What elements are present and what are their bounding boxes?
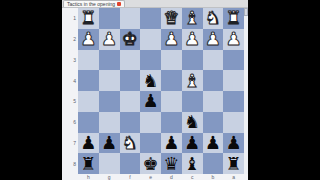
black-pawn: ♟ [184,133,200,151]
square-b6[interactable] [203,112,224,133]
black-rook: ♜ [80,154,96,172]
square-h5[interactable] [78,91,99,112]
chess-board: ♜♛♝♞♜♟♟♚♟♟♟♟♞♝♟♞♟♟♞♟♟♟♟♜♚♛♝♜ [78,8,244,174]
square-d4[interactable] [161,70,182,91]
square-c4[interactable]: ♝ [182,70,203,91]
black-pawn: ♟ [205,133,221,151]
file-label-c: c [182,174,203,180]
rank-label-4: 4 [62,70,78,91]
square-e6[interactable] [140,112,161,133]
black-knight: ♞ [184,113,200,131]
square-a1[interactable]: ♜ [223,8,244,29]
square-h8[interactable]: ♜ [78,153,99,174]
square-d3[interactable] [161,50,182,71]
black-rook: ♜ [226,154,242,172]
file-labels: hgfedcba [78,174,244,180]
rank-label-6: 6 [62,112,78,133]
white-queen: ♛ [163,9,179,27]
white-bishop: ♝ [184,71,200,89]
square-g1[interactable] [99,8,120,29]
white-knight: ♞ [205,9,221,27]
app-window: Tactics in the opening 12345678 ♜♛♝♞♜♟♟♚… [62,0,248,180]
square-f6[interactable] [120,112,141,133]
file-label-h: h [78,174,99,180]
file-label-g: g [99,174,120,180]
black-queen: ♛ [163,154,179,172]
white-pawn: ♟ [163,30,179,48]
square-e8[interactable]: ♚ [140,153,161,174]
white-knight: ♞ [122,133,138,151]
square-c2[interactable]: ♟ [182,29,203,50]
white-pawn: ♟ [226,30,242,48]
square-a2[interactable]: ♟ [223,29,244,50]
square-b1[interactable]: ♞ [203,8,224,29]
scrollbar-track[interactable] [244,8,248,174]
file-label-b: b [203,174,224,180]
file-label-e: e [140,174,161,180]
square-h2[interactable]: ♟ [78,29,99,50]
square-f8[interactable] [120,153,141,174]
square-c1[interactable]: ♝ [182,8,203,29]
rank-label-3: 3 [62,50,78,71]
square-d7[interactable]: ♟ [161,133,182,154]
square-a4[interactable] [223,70,244,91]
square-b8[interactable] [203,153,224,174]
black-pawn: ♟ [80,133,96,151]
white-pawn: ♟ [184,30,200,48]
square-f2[interactable]: ♚ [120,29,141,50]
tab-bar: Tactics in the opening [62,0,248,8]
square-b2[interactable]: ♟ [203,29,224,50]
square-f5[interactable] [120,91,141,112]
square-e5[interactable]: ♟ [140,91,161,112]
square-f1[interactable] [120,8,141,29]
rank-label-2: 2 [62,29,78,50]
square-h4[interactable] [78,70,99,91]
square-b3[interactable] [203,50,224,71]
square-c6[interactable]: ♞ [182,112,203,133]
white-pawn: ♟ [101,30,117,48]
square-f3[interactable] [120,50,141,71]
white-rook: ♜ [226,9,242,27]
rank-label-5: 5 [62,91,78,112]
tab-close-icon[interactable] [117,2,121,6]
square-f4[interactable] [120,70,141,91]
square-g4[interactable] [99,70,120,91]
square-g3[interactable] [99,50,120,71]
square-d6[interactable] [161,112,182,133]
file-label-f: f [120,174,141,180]
square-g6[interactable] [99,112,120,133]
square-a8[interactable]: ♜ [223,153,244,174]
square-b5[interactable] [203,91,224,112]
square-h7[interactable]: ♟ [78,133,99,154]
black-pawn: ♟ [163,133,179,151]
square-g7[interactable]: ♟ [99,133,120,154]
black-pawn: ♟ [226,133,242,151]
white-king: ♚ [122,30,138,48]
black-knight: ♞ [143,71,159,89]
white-bishop: ♝ [184,9,200,27]
square-c3[interactable] [182,50,203,71]
file-label-d: d [161,174,182,180]
white-pawn: ♟ [80,30,96,48]
square-c8[interactable]: ♝ [182,153,203,174]
black-pawn: ♟ [143,92,159,110]
square-d2[interactable]: ♟ [161,29,182,50]
square-e3[interactable] [140,50,161,71]
square-e4[interactable]: ♞ [140,70,161,91]
square-b7[interactable]: ♟ [203,133,224,154]
square-d1[interactable]: ♛ [161,8,182,29]
square-h1[interactable]: ♜ [78,8,99,29]
square-e1[interactable] [140,8,161,29]
black-king: ♚ [143,154,159,172]
square-a5[interactable] [223,91,244,112]
square-h6[interactable] [78,112,99,133]
rank-label-7: 7 [62,133,78,154]
square-c7[interactable]: ♟ [182,133,203,154]
square-e2[interactable] [140,29,161,50]
rank-label-8: 8 [62,153,78,174]
square-a3[interactable] [223,50,244,71]
scrollbar-thumb[interactable] [244,8,248,16]
square-d5[interactable] [161,91,182,112]
square-b4[interactable] [203,70,224,91]
rank-labels: 12345678 [62,8,78,174]
black-bishop: ♝ [184,154,200,172]
black-pawn: ♟ [101,133,117,151]
white-rook: ♜ [80,9,96,27]
square-g8[interactable] [99,153,120,174]
tab-title: Tactics in the opening [67,2,115,7]
square-f7[interactable]: ♞ [120,133,141,154]
square-c5[interactable] [182,91,203,112]
white-pawn: ♟ [205,30,221,48]
square-h3[interactable] [78,50,99,71]
rank-label-1: 1 [62,8,78,29]
square-e7[interactable] [140,133,161,154]
file-label-a: a [223,174,244,180]
browser-tab[interactable]: Tactics in the opening [63,0,125,7]
square-d8[interactable]: ♛ [161,153,182,174]
square-a6[interactable] [223,112,244,133]
square-a7[interactable]: ♟ [223,133,244,154]
square-g5[interactable] [99,91,120,112]
letterboxed-screen: Tactics in the opening 12345678 ♜♛♝♞♜♟♟♚… [0,0,320,180]
square-g2[interactable]: ♟ [99,29,120,50]
